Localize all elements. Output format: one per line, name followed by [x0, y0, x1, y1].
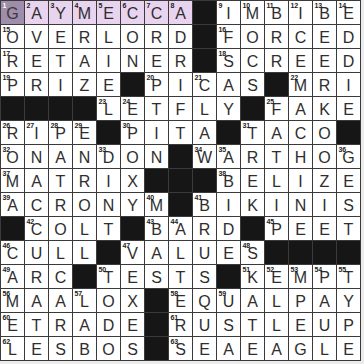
grid-cell-r10c12[interactable]: 45P [265, 217, 288, 240]
cell-letter: V [31, 30, 42, 49]
grid-cell-r5c6[interactable]: 24E [121, 97, 144, 120]
grid-cell-r2c12[interactable]: R [265, 25, 288, 48]
grid-cell-r6c2[interactable]: 27I [25, 121, 48, 144]
grid-cell-r4c5[interactable]: E [97, 73, 120, 96]
grid-cell-r10c3[interactable]: O [49, 217, 72, 240]
cell-letter: N [151, 150, 163, 169]
cell-letter: A [55, 294, 66, 313]
grid-cell-r9c1[interactable]: 39A [1, 193, 24, 216]
grid-cell-r6c8[interactable]: T [169, 121, 192, 144]
grid-cell-r1c6[interactable]: 6C [121, 1, 144, 24]
clue-number: 16 [219, 26, 226, 34]
clue-number: 54 [315, 266, 322, 274]
grid-cell-r3c4[interactable]: A [73, 49, 96, 72]
cell-letter: A [31, 294, 42, 313]
grid-cell-r15c14[interactable]: L [313, 337, 336, 360]
grid-cell-r11c4[interactable]: L [73, 241, 96, 264]
black-cell-r15c7 [145, 337, 168, 360]
grid-cell-r2c1[interactable]: 15O [1, 25, 24, 48]
grid-cell-r10c8[interactable]: 44A [169, 217, 192, 240]
grid-cell-r6c12[interactable]: A [265, 121, 288, 144]
clue-number: 42 [27, 218, 34, 226]
grid-cell-r4c13[interactable]: 22M [289, 73, 312, 96]
cell-letter: R [31, 270, 43, 289]
grid-cell-r8c2[interactable]: A [25, 169, 48, 192]
cell-letter: O [126, 150, 138, 169]
grid-cell-r7c9[interactable]: 34W [193, 145, 216, 168]
grid-cell-r10c15[interactable]: T [337, 217, 360, 240]
grid-cell-r12c3[interactable]: C [49, 265, 72, 288]
grid-cell-r7c4[interactable]: N [73, 145, 96, 168]
grid-cell-r7c14[interactable]: O [313, 145, 336, 168]
grid-cell-r2c4[interactable]: R [73, 25, 96, 48]
grid-cell-r11c7[interactable]: A [145, 241, 168, 264]
grid-cell-r3c2[interactable]: E [25, 49, 48, 72]
grid-cell-r8c15[interactable]: E [337, 169, 360, 192]
grid-cell-r7c5[interactable]: 33D [97, 145, 120, 168]
grid-cell-r2c6[interactable]: O [121, 25, 144, 48]
grid-cell-r6c9[interactable]: A [193, 121, 216, 144]
cell-letter: Q [198, 294, 210, 313]
grid-cell-r15c6[interactable]: S [121, 337, 144, 360]
clue-number: 19 [3, 74, 10, 82]
cell-letter: D [223, 222, 235, 241]
cell-letter: U [199, 246, 211, 265]
grid-cell-r2c10[interactable]: 16F [217, 25, 240, 48]
grid-cell-r13c1[interactable]: 56M [1, 289, 24, 312]
cell-letter: T [104, 222, 114, 241]
grid-cell-r2c11[interactable]: O [241, 25, 264, 48]
grid-cell-r12c11[interactable]: 51K [241, 265, 264, 288]
grid-cell-r9c3[interactable]: R [49, 193, 72, 216]
clue-number: 43 [147, 218, 154, 226]
black-cell-r10c11 [241, 217, 264, 240]
cell-letter: O [102, 294, 114, 313]
grid-cell-r1c13[interactable]: 12I [289, 1, 312, 24]
clue-number: 62 [3, 338, 10, 346]
grid-cell-r5c14[interactable]: K [313, 97, 336, 120]
grid-cell-r11c9[interactable]: U [193, 241, 216, 264]
grid-cell-r4c7[interactable]: 20P [145, 73, 168, 96]
grid-cell-r13c14[interactable]: A [313, 289, 336, 312]
cell-letter: K [247, 198, 258, 217]
cell-letter: A [175, 6, 186, 25]
grid-cell-r15c11[interactable]: E [241, 337, 264, 360]
grid-cell-r10c10[interactable]: D [217, 217, 240, 240]
grid-cell-r14c4[interactable]: A [73, 313, 96, 336]
black-cell-r12c4 [73, 265, 96, 288]
grid-cell-r4c1[interactable]: 19P [1, 73, 24, 96]
grid-cell-r5c15[interactable]: E [337, 97, 360, 120]
grid-cell-r14c3[interactable]: R [49, 313, 72, 336]
grid-cell-r15c12[interactable]: A [265, 337, 288, 360]
grid-cell-r9c4[interactable]: O [73, 193, 96, 216]
grid-cell-r12c5[interactable]: 50T [97, 265, 120, 288]
grid-cell-r7c6[interactable]: O [121, 145, 144, 168]
grid-cell-r4c15[interactable]: I [337, 73, 360, 96]
black-cell-r5c2 [25, 97, 48, 120]
grid-cell-r7c13[interactable]: H [289, 145, 312, 168]
grid-cell-r5c13[interactable]: A [289, 97, 312, 120]
grid-cell-r5c9[interactable]: L [193, 97, 216, 120]
grid-cell-r8c3[interactable]: T [49, 169, 72, 192]
grid-cell-r7c11[interactable]: R [241, 145, 264, 168]
grid-cell-r7c7[interactable]: N [145, 145, 168, 168]
grid-cell-r4c9[interactable]: 21C [193, 73, 216, 96]
grid-cell-r2c5[interactable]: L [97, 25, 120, 48]
grid-cell-r12c7[interactable]: S [145, 265, 168, 288]
grid-cell-r15c4[interactable]: B [73, 337, 96, 360]
clue-number: 24 [123, 98, 130, 106]
grid-cell-r13c5[interactable]: O [97, 289, 120, 312]
grid-cell-r6c14[interactable]: O [313, 121, 336, 144]
grid-cell-r9c9[interactable]: 41B [193, 193, 216, 216]
grid-cell-r4c3[interactable]: I [49, 73, 72, 96]
grid-cell-r15c3[interactable]: S [49, 337, 72, 360]
grid-cell-r12c2[interactable]: R [25, 265, 48, 288]
grid-cell-r13c15[interactable]: Y [337, 289, 360, 312]
grid-cell-r9c15[interactable]: S [337, 193, 360, 216]
grid-cell-r1c11[interactable]: 10M [241, 1, 264, 24]
black-cell-r6c5 [97, 121, 120, 144]
grid-cell-r13c12[interactable]: L [265, 289, 288, 312]
cell-letter: D [343, 30, 355, 49]
clue-number: 37 [3, 170, 10, 178]
clue-number: 28 [51, 122, 58, 130]
grid-cell-r7c15[interactable]: 36G [337, 145, 360, 168]
grid-cell-r7c10[interactable]: 35A [217, 145, 240, 168]
clue-number: 59 [219, 290, 226, 298]
grid-cell-r13c2[interactable]: A [25, 289, 48, 312]
cell-letter: T [152, 102, 162, 121]
grid-cell-r3c14[interactable]: E [313, 49, 336, 72]
grid-cell-r3c13[interactable]: E [289, 49, 312, 72]
grid-cell-r12c6[interactable]: E [121, 265, 144, 288]
grid-cell-r9c14[interactable]: I [313, 193, 336, 216]
cell-letter: T [176, 270, 186, 289]
grid-cell-r11c11[interactable]: 48S [241, 241, 264, 264]
grid-cell-r2c14[interactable]: E [313, 25, 336, 48]
grid-cell-r8c14[interactable]: Z [313, 169, 336, 192]
cell-letter: E [223, 246, 234, 265]
grid-cell-r12c8[interactable]: T [169, 265, 192, 288]
grid-cell-r5c12[interactable]: 25F [265, 97, 288, 120]
clue-number: 2 [27, 2, 31, 10]
black-cell-r8c9 [193, 169, 216, 192]
clue-number: 27 [27, 122, 34, 130]
grid-cell-r11c3[interactable]: L [49, 241, 72, 264]
cell-letter: I [346, 78, 350, 97]
grid-cell-r15c1[interactable]: 62L [1, 337, 24, 360]
cell-letter: C [295, 30, 307, 49]
clue-number: 61 [171, 314, 178, 322]
cell-letter: E [247, 342, 258, 361]
grid-cell-r14c15[interactable]: P [337, 313, 360, 336]
cell-letter: S [55, 342, 66, 361]
cell-letter: G [294, 342, 306, 361]
grid-cell-r6c3[interactable]: 28P [49, 121, 72, 144]
grid-cell-r1c3[interactable]: 3Y [49, 1, 72, 24]
grid-cell-r9c12[interactable]: I [265, 193, 288, 216]
grid-cell-r9c7[interactable]: 40M [145, 193, 168, 216]
cell-letter: R [55, 198, 67, 217]
grid-cell-r2c3[interactable]: E [49, 25, 72, 48]
grid-cell-r9c2[interactable]: C [25, 193, 48, 216]
grid-cell-r10c9[interactable]: R [193, 217, 216, 240]
grid-cell-r6c6[interactable]: 30P [121, 121, 144, 144]
grid-cell-r4c10[interactable]: A [217, 73, 240, 96]
grid-cell-r13c3[interactable]: A [49, 289, 72, 312]
grid-cell-r12c9[interactable]: S [193, 265, 216, 288]
cell-letter: N [127, 54, 139, 73]
cell-letter: R [319, 78, 331, 97]
grid-cell-r6c11[interactable]: 31T [241, 121, 264, 144]
grid-cell-r9c6[interactable]: Y [121, 193, 144, 216]
grid-cell-r14c13[interactable]: E [289, 313, 312, 336]
grid-cell-r15c13[interactable]: G [289, 337, 312, 360]
grid-cell-r9c5[interactable]: N [97, 193, 120, 216]
clue-number: 18 [219, 50, 226, 58]
grid-cell-r1c12[interactable]: 11B [265, 1, 288, 24]
grid-cell-r15c9[interactable]: E [193, 337, 216, 360]
grid-cell-r1c15[interactable]: 14E [337, 1, 360, 24]
cell-letter: A [295, 102, 306, 121]
cell-letter: E [55, 30, 66, 49]
grid-cell-r15c5[interactable]: O [97, 337, 120, 360]
cell-letter: I [154, 126, 158, 145]
clue-number: 32 [3, 146, 10, 154]
grid-cell-r15c15[interactable]: E [337, 337, 360, 360]
cell-letter: I [58, 78, 62, 97]
grid-cell-r1c8[interactable]: 8A [169, 1, 192, 24]
grid-cell-r1c1[interactable]: 1G [1, 1, 24, 24]
grid-cell-r12c15[interactable]: 55T [337, 265, 360, 288]
grid-cell-r3c8[interactable]: R [169, 49, 192, 72]
black-cell-r11c5 [97, 241, 120, 264]
black-cell-r11c14 [313, 241, 336, 264]
cell-letter: C [295, 126, 307, 145]
grid-cell-r7c2[interactable]: N [25, 145, 48, 168]
grid-cell-r2c2[interactable]: V [25, 25, 48, 48]
grid-cell-r12c14[interactable]: 54P [313, 265, 336, 288]
cell-letter: D [343, 54, 355, 73]
black-cell-r5c1 [1, 97, 24, 120]
clue-number: 63 [171, 338, 178, 346]
grid-cell-r15c2[interactable]: E [25, 337, 48, 360]
grid-cell-r10c13[interactable]: E [289, 217, 312, 240]
clue-number: 41 [195, 194, 202, 202]
grid-cell-r6c13[interactable]: C [289, 121, 312, 144]
grid-cell-r1c4[interactable]: 4M [73, 1, 96, 24]
grid-cell-r8c4[interactable]: R [73, 169, 96, 192]
cell-letter: L [200, 102, 209, 121]
clue-number: 20 [147, 74, 154, 82]
cell-letter: Y [343, 294, 354, 313]
grid-cell-r8c13[interactable]: I [289, 169, 312, 192]
clue-number: 4 [75, 2, 79, 10]
grid-cell-r10c5[interactable]: T [97, 217, 120, 240]
grid-cell-r4c11[interactable]: S [241, 73, 264, 96]
cell-letter: R [199, 222, 211, 241]
grid-cell-r10c2[interactable]: 42C [25, 217, 48, 240]
grid-cell-r13c4[interactable]: 57L [73, 289, 96, 312]
cell-letter: O [318, 126, 330, 145]
cell-letter: P [295, 294, 306, 313]
grid-cell-r3c3[interactable]: T [49, 49, 72, 72]
cell-letter: N [79, 150, 91, 169]
cell-letter: U [319, 318, 331, 337]
cell-letter: N [103, 198, 115, 217]
clue-number: 10 [243, 2, 250, 10]
grid-cell-r8c10[interactable]: 38B [217, 169, 240, 192]
grid-cell-r3c11[interactable]: C [241, 49, 264, 72]
grid-cell-r4c8[interactable]: I [169, 73, 192, 96]
grid-cell-r1c14[interactable]: 13B [313, 1, 336, 24]
grid-cell-r14c10[interactable]: S [217, 313, 240, 336]
grid-cell-r4c14[interactable]: R [313, 73, 336, 96]
clue-number: 33 [99, 146, 106, 154]
grid-cell-r7c12[interactable]: T [265, 145, 288, 168]
grid-cell-r14c11[interactable]: T [241, 313, 264, 336]
grid-cell-r13c8[interactable]: 58E [169, 289, 192, 312]
grid-cell-r7c1[interactable]: 32O [1, 145, 24, 168]
grid-cell-r9c10[interactable]: I [217, 193, 240, 216]
clue-number: 7 [147, 2, 151, 10]
grid-cell-r3c5[interactable]: I [97, 49, 120, 72]
grid-cell-r14c1[interactable]: 60E [1, 313, 24, 336]
clue-number: 1 [3, 2, 7, 10]
grid-cell-r9c11[interactable]: K [241, 193, 264, 216]
grid-cell-r5c8[interactable]: F [169, 97, 192, 120]
clue-number: 36 [339, 146, 346, 154]
grid-cell-r10c4[interactable]: L [73, 217, 96, 240]
grid-cell-r6c1[interactable]: 26R [1, 121, 24, 144]
clue-number: 38 [219, 170, 226, 178]
grid-cell-r14c5[interactable]: D [97, 313, 120, 336]
grid-cell-r1c10[interactable]: 9I [217, 1, 240, 24]
grid-cell-r3c7[interactable]: E [145, 49, 168, 72]
black-cell-r13c7 [145, 289, 168, 312]
grid-cell-r4c4[interactable]: Z [73, 73, 96, 96]
grid-cell-r2c8[interactable]: D [169, 25, 192, 48]
grid-cell-r1c5[interactable]: 5E [97, 1, 120, 24]
grid-cell-r3c6[interactable]: N [121, 49, 144, 72]
cell-letter: D [175, 30, 187, 49]
grid-cell-r10c14[interactable]: E [313, 217, 336, 240]
grid-cell-r10c7[interactable]: 43B [145, 217, 168, 240]
clue-number: 21 [195, 74, 202, 82]
grid-cell-r14c14[interactable]: U [313, 313, 336, 336]
cell-letter: L [104, 30, 113, 49]
grid-cell-r14c12[interactable]: L [265, 313, 288, 336]
grid-cell-r2c13[interactable]: C [289, 25, 312, 48]
grid-cell-r13c13[interactable]: P [289, 289, 312, 312]
grid-cell-r13c10[interactable]: 59U [217, 289, 240, 312]
grid-cell-r3c1[interactable]: 17R [1, 49, 24, 72]
grid-cell-r6c4[interactable]: 29E [73, 121, 96, 144]
grid-cell-r7c3[interactable]: A [49, 145, 72, 168]
cell-letter: I [106, 54, 110, 73]
grid-cell-r3c15[interactable]: D [337, 49, 360, 72]
grid-cell-r12c13[interactable]: 53M [289, 265, 312, 288]
black-cell-r11c13 [289, 241, 312, 264]
clue-number: 3 [51, 2, 55, 10]
grid-cell-r5c7[interactable]: T [145, 97, 168, 120]
cell-letter: E [127, 270, 138, 289]
grid-cell-r15c10[interactable]: A [217, 337, 240, 360]
grid-cell-r8c12[interactable]: L [265, 169, 288, 192]
grid-cell-r14c6[interactable]: E [121, 313, 144, 336]
cell-letter: E [319, 30, 330, 49]
cell-letter: Y [55, 6, 66, 25]
clue-number: 35 [219, 146, 226, 154]
grid-cell-r8c11[interactable]: E [241, 169, 264, 192]
cell-letter: L [80, 246, 89, 265]
cell-letter: B [79, 342, 90, 361]
grid-cell-r4c2[interactable]: R [25, 73, 48, 96]
cell-letter: T [272, 150, 282, 169]
grid-cell-r2c15[interactable]: D [337, 25, 360, 48]
grid-cell-r5c10[interactable]: Y [217, 97, 240, 120]
grid-cell-r8c1[interactable]: 37M [1, 169, 24, 192]
cell-letter: I [226, 6, 230, 25]
black-cell-r4c12 [265, 73, 288, 96]
cell-letter: R [79, 174, 91, 193]
black-cell-r5c4 [73, 97, 96, 120]
cell-letter: A [55, 150, 66, 169]
grid-cell-r13c11[interactable]: A [241, 289, 264, 312]
clue-number: 58 [171, 290, 178, 298]
grid-cell-r1c7[interactable]: 7C [145, 1, 168, 24]
clue-number: 46 [3, 242, 10, 250]
grid-cell-r11c6[interactable]: 47V [121, 241, 144, 264]
black-cell-r5c11 [241, 97, 264, 120]
clue-number: 8 [171, 2, 175, 10]
grid-cell-r2c7[interactable]: R [145, 25, 168, 48]
cell-letter: O [126, 30, 138, 49]
grid-cell-r13c6[interactable]: X [121, 289, 144, 312]
clue-number: 53 [291, 266, 298, 274]
cell-letter: E [31, 54, 42, 73]
grid-cell-r1c2[interactable]: 2A [25, 1, 48, 24]
grid-cell-r11c1[interactable]: 46C [1, 241, 24, 264]
grid-cell-r6c7[interactable]: I [145, 121, 168, 144]
cell-letter: R [247, 150, 259, 169]
grid-cell-r8c5[interactable]: I [97, 169, 120, 192]
grid-cell-r13c9[interactable]: Q [193, 289, 216, 312]
grid-cell-r11c10[interactable]: E [217, 241, 240, 264]
grid-cell-r12c1[interactable]: 49A [1, 265, 24, 288]
cell-letter: Y [223, 102, 234, 121]
grid-cell-r14c2[interactable]: T [25, 313, 48, 336]
grid-cell-r12c12[interactable]: 52E [265, 265, 288, 288]
grid-cell-r5c5[interactable]: 23L [97, 97, 120, 120]
grid-cell-r11c8[interactable]: L [169, 241, 192, 264]
grid-cell-r11c2[interactable]: U [25, 241, 48, 264]
cell-letter: I [274, 198, 278, 217]
cell-letter: E [343, 174, 354, 193]
grid-cell-r15c8[interactable]: 63S [169, 337, 192, 360]
grid-cell-r8c6[interactable]: X [121, 169, 144, 192]
grid-cell-r3c12[interactable]: R [265, 49, 288, 72]
grid-cell-r14c9[interactable]: U [193, 313, 216, 336]
cell-letter: E [319, 222, 330, 241]
grid-cell-r14c8[interactable]: 61R [169, 313, 192, 336]
cell-letter: I [34, 126, 38, 145]
grid-cell-r3c10[interactable]: 18S [217, 49, 240, 72]
cell-letter: R [31, 78, 43, 97]
grid-cell-r9c13[interactable]: N [289, 193, 312, 216]
